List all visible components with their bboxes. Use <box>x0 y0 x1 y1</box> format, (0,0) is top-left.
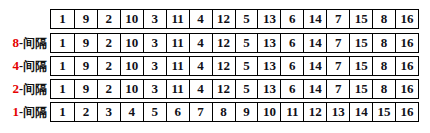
cell: 16 <box>395 34 418 52</box>
table-row: 1-间隔 12345678910111213141516 <box>0 102 430 122</box>
cell: 14 <box>303 34 326 52</box>
cell: 9 <box>74 34 97 52</box>
cell: 6 <box>280 57 303 75</box>
cell: 16 <box>395 80 418 98</box>
cell: 4 <box>189 10 212 28</box>
table-row: 19210311412513614715816 <box>0 9 430 29</box>
cell: 12 <box>212 80 235 98</box>
cell: 11 <box>280 103 303 121</box>
cell: 11 <box>166 57 189 75</box>
row-label: 8-间隔 <box>0 33 47 53</box>
cell: 12 <box>212 34 235 52</box>
cell: 9 <box>74 57 97 75</box>
table-row: 4-间隔 19210311412513614715816 <box>0 56 430 76</box>
row-cells: 19210311412513614715816 <box>50 9 419 29</box>
cell: 15 <box>349 34 372 52</box>
cell: 14 <box>349 103 372 121</box>
cell: 12 <box>212 57 235 75</box>
cell: 6 <box>280 80 303 98</box>
cell: 5 <box>235 80 258 98</box>
interleave-table-figure: 19210311412513614715816 8-间隔 19210311412… <box>0 0 430 133</box>
cell: 13 <box>257 57 280 75</box>
row-cells: 19210311412513614715816 <box>50 33 419 53</box>
cell: 10 <box>120 10 143 28</box>
cell: 7 <box>326 57 349 75</box>
cell: 7 <box>326 34 349 52</box>
cell: 2 <box>97 57 120 75</box>
cell: 4 <box>120 103 143 121</box>
cell: 8 <box>372 80 395 98</box>
cell: 2 <box>74 103 97 121</box>
cell: 5 <box>235 57 258 75</box>
cell: 11 <box>166 10 189 28</box>
cell: 8 <box>372 57 395 75</box>
cell: 7 <box>189 103 212 121</box>
cell: 6 <box>280 10 303 28</box>
table-row: 8-间隔 19210311412513614715816 <box>0 33 430 53</box>
cell: 2 <box>97 10 120 28</box>
cell: 1 <box>51 103 74 121</box>
row-label: 4-间隔 <box>0 56 47 76</box>
cell: 10 <box>120 80 143 98</box>
cell: 1 <box>51 57 74 75</box>
cell: 5 <box>143 103 166 121</box>
cell: 9 <box>235 103 258 121</box>
row-label-suffix: -间隔 <box>19 59 47 73</box>
cell: 1 <box>51 10 74 28</box>
cell: 14 <box>303 80 326 98</box>
row-label: 2-间隔 <box>0 79 47 99</box>
cell: 5 <box>235 34 258 52</box>
cell: 13 <box>257 80 280 98</box>
cell: 10 <box>257 103 280 121</box>
cell: 2 <box>97 34 120 52</box>
cell: 15 <box>372 103 395 121</box>
row-cells: 12345678910111213141516 <box>50 102 419 122</box>
cell: 3 <box>143 57 166 75</box>
cell: 1 <box>51 34 74 52</box>
cell: 2 <box>97 80 120 98</box>
row-label <box>0 9 47 29</box>
cell: 13 <box>257 34 280 52</box>
cell: 8 <box>372 10 395 28</box>
cell: 4 <box>189 34 212 52</box>
cell: 12 <box>303 103 326 121</box>
cell: 4 <box>189 57 212 75</box>
cell: 7 <box>326 80 349 98</box>
cell: 3 <box>143 10 166 28</box>
row-label-suffix: -间隔 <box>19 36 47 50</box>
cell: 3 <box>97 103 120 121</box>
table-row: 2-间隔 19210311412513614715816 <box>0 79 430 99</box>
cell: 6 <box>280 34 303 52</box>
cell: 3 <box>143 80 166 98</box>
cell: 3 <box>143 34 166 52</box>
cell: 4 <box>189 80 212 98</box>
row-label: 1-间隔 <box>0 102 47 122</box>
cell: 8 <box>372 34 395 52</box>
cell: 14 <box>303 57 326 75</box>
cell: 9 <box>74 80 97 98</box>
row-label-suffix: -间隔 <box>19 105 47 119</box>
cell: 10 <box>120 57 143 75</box>
cell: 11 <box>166 34 189 52</box>
row-cells: 19210311412513614715816 <box>50 79 419 99</box>
cell: 12 <box>212 10 235 28</box>
row-label-suffix: -间隔 <box>19 82 47 96</box>
row-cells: 19210311412513614715816 <box>50 56 419 76</box>
cell: 6 <box>166 103 189 121</box>
cell: 13 <box>326 103 349 121</box>
cell: 15 <box>349 80 372 98</box>
cell: 16 <box>395 10 418 28</box>
cell: 1 <box>51 80 74 98</box>
cell: 5 <box>235 10 258 28</box>
cell: 11 <box>166 80 189 98</box>
cell: 9 <box>74 10 97 28</box>
cell: 13 <box>257 10 280 28</box>
cell: 7 <box>326 10 349 28</box>
cell: 15 <box>349 10 372 28</box>
cell: 16 <box>395 57 418 75</box>
cell: 15 <box>349 57 372 75</box>
cell: 14 <box>303 10 326 28</box>
cell: 16 <box>395 103 418 121</box>
cell: 8 <box>212 103 235 121</box>
cell: 10 <box>120 34 143 52</box>
